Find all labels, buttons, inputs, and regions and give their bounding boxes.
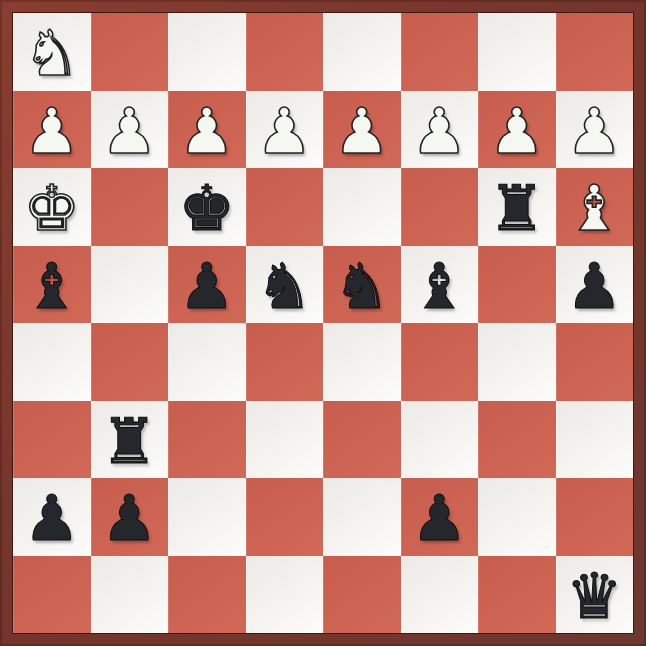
piece-black-rook: ♜	[101, 410, 157, 473]
piece-white-bishop: ♝	[566, 177, 622, 240]
square-a6[interactable]: ♚	[13, 168, 91, 246]
square-h8[interactable]	[556, 13, 634, 91]
square-a3[interactable]	[13, 401, 91, 479]
square-g3[interactable]	[478, 401, 556, 479]
square-d2[interactable]	[246, 478, 324, 556]
piece-white-pawn: ♟	[101, 100, 157, 163]
square-e7[interactable]: ♟	[323, 91, 401, 169]
square-a1[interactable]	[13, 556, 91, 634]
piece-black-pawn: ♟	[24, 487, 80, 550]
square-c4[interactable]	[168, 323, 246, 401]
piece-black-queen: ♛	[566, 565, 622, 628]
piece-white-pawn: ♟	[489, 100, 545, 163]
square-g5[interactable]	[478, 246, 556, 324]
piece-black-knight: ♞	[334, 255, 390, 318]
square-h1[interactable]: ♛	[556, 556, 634, 634]
square-b6[interactable]	[91, 168, 169, 246]
piece-black-king: ♚	[179, 177, 235, 240]
piece-black-knight: ♞	[256, 255, 312, 318]
square-a7[interactable]: ♟	[13, 91, 91, 169]
piece-white-pawn: ♟	[24, 100, 80, 163]
square-a2[interactable]: ♟	[13, 478, 91, 556]
square-g8[interactable]	[478, 13, 556, 91]
square-a8[interactable]: ♞	[13, 13, 91, 91]
chess-board: ♞♟♟♟♟♟♟♟♟♚♚♜♝♝♟♞♞♝♟♜♟♟♟♛	[13, 13, 633, 633]
square-e5[interactable]: ♞	[323, 246, 401, 324]
square-h3[interactable]	[556, 401, 634, 479]
piece-black-pawn: ♟	[179, 255, 235, 318]
square-h4[interactable]	[556, 323, 634, 401]
square-b7[interactable]: ♟	[91, 91, 169, 169]
square-b3[interactable]: ♜	[91, 401, 169, 479]
square-e2[interactable]	[323, 478, 401, 556]
square-g7[interactable]: ♟	[478, 91, 556, 169]
square-g4[interactable]	[478, 323, 556, 401]
square-b8[interactable]	[91, 13, 169, 91]
piece-black-pawn: ♟	[101, 487, 157, 550]
piece-white-king: ♚	[24, 177, 80, 240]
square-d8[interactable]	[246, 13, 324, 91]
square-g2[interactable]	[478, 478, 556, 556]
square-d1[interactable]	[246, 556, 324, 634]
square-c1[interactable]	[168, 556, 246, 634]
square-b5[interactable]	[91, 246, 169, 324]
square-f1[interactable]	[401, 556, 479, 634]
square-a5[interactable]: ♝	[13, 246, 91, 324]
piece-black-rook: ♜	[489, 177, 545, 240]
square-c7[interactable]: ♟	[168, 91, 246, 169]
board-frame: ♞♟♟♟♟♟♟♟♟♚♚♜♝♝♟♞♞♝♟♜♟♟♟♛	[0, 0, 646, 646]
piece-black-bishop: ♝	[411, 255, 467, 318]
square-h5[interactable]: ♟	[556, 246, 634, 324]
square-e4[interactable]	[323, 323, 401, 401]
square-a4[interactable]	[13, 323, 91, 401]
square-e1[interactable]	[323, 556, 401, 634]
square-f7[interactable]: ♟	[401, 91, 479, 169]
square-f4[interactable]	[401, 323, 479, 401]
piece-white-pawn: ♟	[179, 100, 235, 163]
piece-white-pawn: ♟	[411, 100, 467, 163]
square-d6[interactable]	[246, 168, 324, 246]
piece-black-pawn: ♟	[411, 487, 467, 550]
square-d7[interactable]: ♟	[246, 91, 324, 169]
piece-white-pawn: ♟	[566, 100, 622, 163]
square-f5[interactable]: ♝	[401, 246, 479, 324]
square-c3[interactable]	[168, 401, 246, 479]
square-f6[interactable]	[401, 168, 479, 246]
square-b4[interactable]	[91, 323, 169, 401]
square-c8[interactable]	[168, 13, 246, 91]
square-d3[interactable]	[246, 401, 324, 479]
square-e8[interactable]	[323, 13, 401, 91]
square-h6[interactable]: ♝	[556, 168, 634, 246]
square-f2[interactable]: ♟	[401, 478, 479, 556]
piece-white-pawn: ♟	[334, 100, 390, 163]
square-c2[interactable]	[168, 478, 246, 556]
square-e3[interactable]	[323, 401, 401, 479]
square-h2[interactable]	[556, 478, 634, 556]
square-c6[interactable]: ♚	[168, 168, 246, 246]
square-d4[interactable]	[246, 323, 324, 401]
square-b1[interactable]	[91, 556, 169, 634]
square-d5[interactable]: ♞	[246, 246, 324, 324]
square-e6[interactable]	[323, 168, 401, 246]
square-b2[interactable]: ♟	[91, 478, 169, 556]
piece-black-pawn: ♟	[566, 255, 622, 318]
square-g6[interactable]: ♜	[478, 168, 556, 246]
square-f3[interactable]	[401, 401, 479, 479]
piece-white-knight: ♞	[24, 22, 80, 85]
piece-black-bishop: ♝	[24, 255, 80, 318]
square-g1[interactable]	[478, 556, 556, 634]
piece-white-pawn: ♟	[256, 100, 312, 163]
square-c5[interactable]: ♟	[168, 246, 246, 324]
square-h7[interactable]: ♟	[556, 91, 634, 169]
square-f8[interactable]	[401, 13, 479, 91]
